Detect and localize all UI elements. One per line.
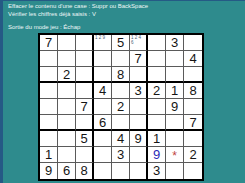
cell-r1c2[interactable] bbox=[58, 35, 76, 51]
cell-r4c8[interactable]: 1 bbox=[166, 83, 184, 99]
cell-r4c5[interactable] bbox=[112, 83, 130, 99]
cell-r2c8[interactable] bbox=[166, 51, 184, 67]
digit: 9 bbox=[148, 147, 165, 163]
cell-r9c9[interactable] bbox=[184, 163, 202, 179]
cell-r4c7[interactable]: 2 bbox=[148, 83, 166, 99]
digit: 8 bbox=[112, 67, 129, 83]
cell-r5c7[interactable] bbox=[148, 99, 166, 115]
cell-r5c5[interactable]: 2 bbox=[112, 99, 130, 115]
cell-r2c9[interactable]: 4 bbox=[184, 51, 202, 67]
cell-r1c7[interactable] bbox=[148, 35, 166, 51]
cell-r4c2[interactable] bbox=[58, 83, 76, 99]
instruction-verify: Vérifier les chiffres déjà saisis : V bbox=[8, 10, 148, 18]
cell-r6c1[interactable] bbox=[40, 115, 58, 131]
cell-r9c8[interactable] bbox=[166, 163, 184, 179]
cell-r7c4[interactable] bbox=[94, 131, 112, 147]
cell-r8c7[interactable]: 9 bbox=[148, 147, 166, 163]
digit: 9 bbox=[166, 99, 183, 115]
cell-r9c5[interactable] bbox=[112, 163, 130, 179]
digit: 7 bbox=[184, 115, 202, 131]
digit: 7 bbox=[76, 99, 92, 115]
cell-r4c9[interactable]: 8 bbox=[184, 83, 202, 99]
cell-r6c6[interactable] bbox=[130, 115, 148, 131]
cell-r8c5[interactable]: 3 bbox=[112, 147, 130, 163]
cell-r8c1[interactable]: 1 bbox=[40, 147, 58, 163]
sudoku-board: 71 2 951 2 4 63742843218729675491139*296… bbox=[38, 33, 204, 181]
cell-r7c2[interactable] bbox=[58, 131, 76, 147]
cell-r2c4[interactable] bbox=[94, 51, 112, 67]
cell-r6c8[interactable] bbox=[166, 115, 184, 131]
cell-r9c3[interactable]: 8 bbox=[76, 163, 94, 179]
cell-r6c3[interactable] bbox=[76, 115, 94, 131]
digit: 7 bbox=[130, 51, 146, 67]
cell-r2c6[interactable]: 7 bbox=[130, 51, 148, 67]
cell-r3c4[interactable] bbox=[94, 67, 112, 83]
digit: 3 bbox=[112, 147, 129, 163]
digit: 2 bbox=[58, 67, 75, 83]
digit: 1 bbox=[148, 131, 165, 147]
cell-r8c6[interactable] bbox=[130, 147, 148, 163]
cell-r3c5[interactable]: 8 bbox=[112, 67, 130, 83]
cell-r4c6[interactable]: 3 bbox=[130, 83, 148, 99]
cell-r3c9[interactable] bbox=[184, 67, 202, 83]
cell-r8c3[interactable] bbox=[76, 147, 94, 163]
cell-r6c7[interactable] bbox=[148, 115, 166, 131]
help-text: Effacer le contenu d'une case : Suppr ou… bbox=[8, 2, 148, 31]
cell-r4c4[interactable]: 4 bbox=[94, 83, 112, 99]
cell-r2c2[interactable] bbox=[58, 51, 76, 67]
cell-r9c1[interactable]: 9 bbox=[40, 163, 58, 179]
cell-r1c6[interactable]: 1 2 4 6 bbox=[130, 35, 148, 51]
digit: 9 bbox=[40, 163, 57, 179]
digit: 4 bbox=[184, 51, 202, 67]
cell-r5c1[interactable] bbox=[40, 99, 58, 115]
cell-r8c9[interactable]: 2 bbox=[184, 147, 202, 163]
cell-r5c3[interactable]: 7 bbox=[76, 99, 94, 115]
cell-r2c3[interactable] bbox=[76, 51, 94, 67]
digit: 5 bbox=[112, 35, 129, 51]
digit: 8 bbox=[184, 83, 202, 99]
cell-r6c5[interactable] bbox=[112, 115, 130, 131]
digit: 3 bbox=[130, 83, 146, 99]
digit: 1 bbox=[40, 147, 57, 163]
cell-r3c3[interactable] bbox=[76, 67, 94, 83]
digit: 4 bbox=[94, 83, 111, 99]
digit: 2 bbox=[148, 83, 165, 99]
cell-r4c1[interactable] bbox=[40, 83, 58, 99]
cell-r9c7[interactable]: 3 bbox=[148, 163, 166, 179]
pencil-marks: 1 2 9 bbox=[95, 35, 105, 40]
cell-r3c2[interactable]: 2 bbox=[58, 67, 76, 83]
cell-r7c1[interactable] bbox=[40, 131, 58, 147]
cell-r2c1[interactable] bbox=[40, 51, 58, 67]
cell-r1c8[interactable]: 3 bbox=[166, 35, 184, 51]
cell-r1c4[interactable]: 1 2 9 bbox=[94, 35, 112, 51]
digit: 6 bbox=[94, 115, 111, 131]
pencil-marks: 1 2 4 6 bbox=[131, 35, 141, 45]
digit: 3 bbox=[148, 163, 165, 179]
digit: 2 bbox=[112, 99, 129, 115]
cell-r7c9[interactable] bbox=[184, 131, 202, 147]
digit: 2 bbox=[184, 147, 202, 163]
cell-r1c1[interactable]: 7 bbox=[40, 35, 58, 51]
cell-r2c5[interactable] bbox=[112, 51, 130, 67]
cell-r3c6[interactable] bbox=[130, 67, 148, 83]
cell-r5c8[interactable]: 9 bbox=[166, 99, 184, 115]
cell-r7c7[interactable]: 1 bbox=[148, 131, 166, 147]
digit: 4 bbox=[112, 131, 129, 147]
cell-r7c8[interactable] bbox=[166, 131, 184, 147]
cell-r5c2[interactable] bbox=[58, 99, 76, 115]
instruction-exit: Sortie du mode jeu : Échap bbox=[8, 23, 148, 31]
cell-r3c8[interactable] bbox=[166, 67, 184, 83]
cell-r7c6[interactable]: 9 bbox=[130, 131, 148, 147]
cell-r8c8[interactable]: * bbox=[166, 147, 184, 163]
cell-r4c3[interactable] bbox=[76, 83, 94, 99]
cell-r2c7[interactable] bbox=[148, 51, 166, 67]
cell-r1c5[interactable]: 5 bbox=[112, 35, 130, 51]
digit: 5 bbox=[76, 131, 92, 147]
cell-r9c6[interactable] bbox=[130, 163, 148, 179]
cell-r9c2[interactable]: 6 bbox=[58, 163, 76, 179]
cell-r6c2[interactable] bbox=[58, 115, 76, 131]
cell-r5c9[interactable] bbox=[184, 99, 202, 115]
cell-r5c6[interactable] bbox=[130, 99, 148, 115]
cell-r6c4[interactable]: 6 bbox=[94, 115, 112, 131]
cell-r3c1[interactable] bbox=[40, 67, 58, 83]
game-window: Effacer le contenu d'une case : Suppr ou… bbox=[0, 0, 245, 183]
cell-r8c2[interactable] bbox=[58, 147, 76, 163]
cell-r1c9[interactable] bbox=[184, 35, 202, 51]
cell-r3c7[interactable] bbox=[148, 67, 166, 83]
digit: 1 bbox=[166, 83, 183, 99]
cell-r8c4[interactable] bbox=[94, 147, 112, 163]
cell-r5c4[interactable] bbox=[94, 99, 112, 115]
cell-r9c4[interactable] bbox=[94, 163, 112, 179]
digit: 8 bbox=[76, 163, 92, 179]
digit: 7 bbox=[40, 35, 57, 51]
cell-r7c3[interactable]: 5 bbox=[76, 131, 94, 147]
cell-r7c5[interactable]: 4 bbox=[112, 131, 130, 147]
digit: 3 bbox=[166, 35, 183, 51]
digit: 9 bbox=[130, 131, 146, 147]
digit: 6 bbox=[58, 163, 75, 179]
cell-r6c9[interactable]: 7 bbox=[184, 115, 202, 131]
instruction-erase: Effacer le contenu d'une case : Suppr ou… bbox=[8, 2, 148, 10]
cell-r1c3[interactable] bbox=[76, 35, 94, 51]
